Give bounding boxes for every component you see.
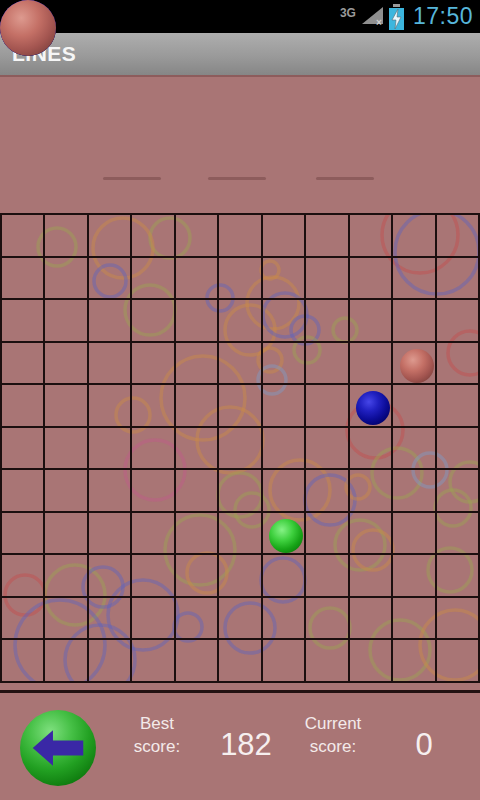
board-cell[interactable] [132,513,175,556]
board-cell[interactable] [176,555,219,598]
board-cell[interactable] [132,300,175,343]
board-cell[interactable] [219,300,262,343]
board-cell[interactable] [350,258,393,301]
board-cell[interactable] [437,258,480,301]
board-cell[interactable] [393,258,436,301]
board-cell[interactable] [219,258,262,301]
board-cell[interactable] [437,598,480,641]
board-cell[interactable] [350,640,393,683]
board-cell[interactable] [89,470,132,513]
board-cell[interactable] [219,428,262,471]
board-cell[interactable] [437,215,480,258]
next-ball-3-red [0,0,56,56]
board-cell[interactable] [132,428,175,471]
board-cell[interactable] [263,598,306,641]
board-cell[interactable] [176,513,219,556]
board-cell[interactable] [132,598,175,641]
board-cell[interactable] [306,470,349,513]
board-ball-red[interactable] [400,349,434,383]
board-cell[interactable] [132,470,175,513]
board-cell[interactable] [45,640,88,683]
board-cell[interactable] [2,598,45,641]
board-cell[interactable] [132,258,175,301]
board-cell[interactable] [437,343,480,386]
board-cell[interactable] [263,215,306,258]
board-cell[interactable] [306,598,349,641]
board-cell[interactable] [2,513,45,556]
board-cell[interactable] [263,385,306,428]
board-cell[interactable] [263,470,306,513]
board-cell[interactable] [350,300,393,343]
board-cell[interactable] [306,385,349,428]
board-cell[interactable] [2,258,45,301]
board-cell[interactable] [393,513,436,556]
board-cell[interactable] [176,598,219,641]
board-cell[interactable] [89,555,132,598]
board-cell[interactable] [176,343,219,386]
board-cell[interactable] [393,640,436,683]
board-cell[interactable] [2,555,45,598]
board-cell[interactable] [45,258,88,301]
board-cell[interactable] [89,343,132,386]
board-cell[interactable] [219,343,262,386]
board-cell[interactable] [2,470,45,513]
board-cell[interactable] [176,428,219,471]
board-cell[interactable] [437,470,480,513]
board-grid[interactable] [0,213,480,683]
board-cell[interactable] [437,555,480,598]
board-cell[interactable] [89,258,132,301]
board-cell[interactable] [263,343,306,386]
board-ball-green[interactable] [269,519,303,553]
board-ball-blue[interactable] [356,391,390,425]
preview-ball-shadow [103,177,161,180]
board-cell[interactable] [350,555,393,598]
board-cell[interactable] [306,300,349,343]
board-cell[interactable] [176,215,219,258]
board-cell[interactable] [350,470,393,513]
board-cell[interactable] [132,385,175,428]
board-cell[interactable] [132,215,175,258]
board-cell[interactable] [306,258,349,301]
board-cell[interactable] [45,555,88,598]
game-board [0,213,480,683]
board-cell[interactable] [263,428,306,471]
board-cell[interactable] [132,555,175,598]
app-screen: 3G × 17:50 LINES [0,0,480,800]
board-cell[interactable] [176,640,219,683]
board-cell[interactable] [437,428,480,471]
preview-ball-shadow [316,177,374,180]
board-cell[interactable] [132,640,175,683]
board-cell[interactable] [350,428,393,471]
board-cell[interactable] [437,385,480,428]
board-cell[interactable] [219,215,262,258]
next-balls-preview [0,0,480,213]
board-cell[interactable] [219,385,262,428]
board-cell[interactable] [89,640,132,683]
back-arrow-icon [26,716,90,780]
board-cell[interactable] [132,343,175,386]
board-cell[interactable] [45,343,88,386]
back-button[interactable] [20,710,96,786]
board-cell[interactable] [393,215,436,258]
board-cell[interactable] [393,598,436,641]
board-cell[interactable] [350,215,393,258]
board-cell[interactable] [2,300,45,343]
board-cell[interactable] [45,428,88,471]
board-cell[interactable] [350,513,393,556]
board-cell[interactable] [219,640,262,683]
board-cell[interactable] [306,428,349,471]
bottom-divider [0,690,480,693]
board-cell[interactable] [45,513,88,556]
board-cell[interactable] [219,598,262,641]
board-cell[interactable] [393,555,436,598]
board-cell[interactable] [176,470,219,513]
board-cell[interactable] [2,343,45,386]
board-cell[interactable] [45,300,88,343]
board-cell[interactable] [176,258,219,301]
board-cell[interactable] [263,258,306,301]
board-cell[interactable] [263,640,306,683]
board-cell[interactable] [45,385,88,428]
board-cell[interactable] [306,555,349,598]
board-cell[interactable] [350,343,393,386]
board-cell[interactable] [393,300,436,343]
preview-ball-shadow [208,177,266,180]
board-cell[interactable] [219,470,262,513]
board-cell[interactable] [176,300,219,343]
board-cell[interactable] [263,300,306,343]
board-cell[interactable] [263,555,306,598]
board-cell[interactable] [2,428,45,471]
board-cell[interactable] [45,598,88,641]
board-cell[interactable] [306,343,349,386]
board-cell[interactable] [393,470,436,513]
board-cell[interactable] [176,385,219,428]
board-cell[interactable] [437,513,480,556]
board-cell[interactable] [306,215,349,258]
board-cell[interactable] [89,215,132,258]
board-cell[interactable] [219,513,262,556]
board-cell[interactable] [437,640,480,683]
board-cell[interactable] [89,385,132,428]
board-cell[interactable] [2,640,45,683]
board-cell[interactable] [89,513,132,556]
board-cell[interactable] [89,428,132,471]
board-cell[interactable] [2,385,45,428]
current-score-value: 0 [369,727,479,763]
board-cell[interactable] [393,385,436,428]
board-cell[interactable] [350,598,393,641]
board-cell[interactable] [45,215,88,258]
board-cell[interactable] [219,555,262,598]
board-cell[interactable] [89,300,132,343]
board-cell[interactable] [393,428,436,471]
board-cell[interactable] [437,300,480,343]
board-cell[interactable] [2,215,45,258]
board-cell[interactable] [306,640,349,683]
board-cell[interactable] [45,470,88,513]
board-cell[interactable] [306,513,349,556]
board-cell[interactable] [89,598,132,641]
